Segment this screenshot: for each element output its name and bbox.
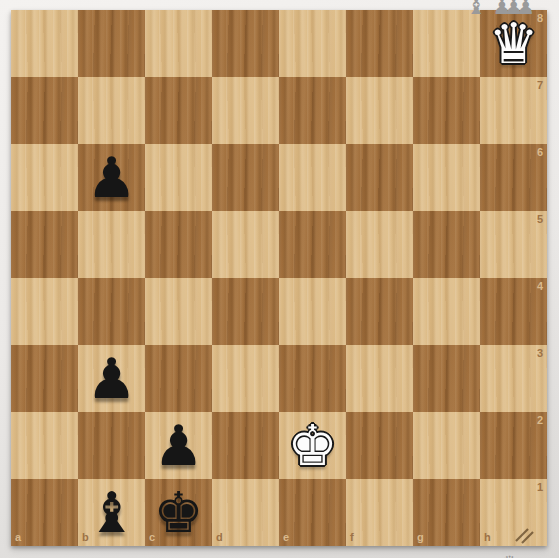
square-h2[interactable]: 2 xyxy=(480,412,547,479)
square-g7[interactable] xyxy=(413,77,480,144)
square-c8[interactable] xyxy=(145,10,212,77)
captured-queen-icon: ♛ xyxy=(502,554,517,558)
square-a3[interactable] xyxy=(11,345,78,412)
square-h3[interactable]: 3 xyxy=(480,345,547,412)
square-h6[interactable]: 6 xyxy=(480,144,547,211)
square-c1[interactable]: c♚ xyxy=(145,479,212,546)
black-bishop[interactable]: ♝ xyxy=(78,479,145,546)
square-h4[interactable]: 4 xyxy=(480,278,547,345)
white-king[interactable]: ♚ xyxy=(279,412,346,479)
square-g1[interactable]: g xyxy=(413,479,480,546)
board-resize-handle-icon[interactable] xyxy=(514,526,534,544)
square-b2[interactable] xyxy=(78,412,145,479)
square-b6[interactable]: ♟ xyxy=(78,144,145,211)
square-h7[interactable]: 7 xyxy=(480,77,547,144)
square-f8[interactable] xyxy=(346,10,413,77)
square-e5[interactable] xyxy=(279,211,346,278)
coord-file-d: d xyxy=(216,532,223,543)
square-c6[interactable] xyxy=(145,144,212,211)
square-d5[interactable] xyxy=(212,211,279,278)
square-a1[interactable]: a xyxy=(11,479,78,546)
coord-rank-7: 7 xyxy=(537,80,543,91)
square-f1[interactable]: f xyxy=(346,479,413,546)
square-g3[interactable] xyxy=(413,345,480,412)
square-b7[interactable] xyxy=(78,77,145,144)
square-a5[interactable] xyxy=(11,211,78,278)
square-c7[interactable] xyxy=(145,77,212,144)
square-d4[interactable] xyxy=(212,278,279,345)
square-d2[interactable] xyxy=(212,412,279,479)
square-d8[interactable] xyxy=(212,10,279,77)
square-f6[interactable] xyxy=(346,144,413,211)
square-c3[interactable] xyxy=(145,345,212,412)
coord-rank-4: 4 xyxy=(537,281,543,292)
square-f5[interactable] xyxy=(346,211,413,278)
square-g5[interactable] xyxy=(413,211,480,278)
square-d6[interactable] xyxy=(212,144,279,211)
square-c2[interactable]: ♟ xyxy=(145,412,212,479)
coord-file-e: e xyxy=(283,532,289,543)
square-b5[interactable] xyxy=(78,211,145,278)
square-e3[interactable] xyxy=(279,345,346,412)
square-g2[interactable] xyxy=(413,412,480,479)
square-f7[interactable] xyxy=(346,77,413,144)
square-a8[interactable] xyxy=(11,10,78,77)
coord-rank-5: 5 xyxy=(537,214,543,225)
square-c4[interactable] xyxy=(145,278,212,345)
coord-file-f: f xyxy=(350,532,354,543)
chess-board[interactable]: ♝♟♟♟ ♛ +3 8♛7♟654♟3♟♚2ab♝c♚defgh1 xyxy=(11,10,547,546)
square-e2[interactable]: ♚ xyxy=(279,412,346,479)
square-e8[interactable] xyxy=(279,10,346,77)
square-c5[interactable] xyxy=(145,211,212,278)
coord-rank-3: 3 xyxy=(537,348,543,359)
coord-file-g: g xyxy=(417,532,424,543)
square-g4[interactable] xyxy=(413,278,480,345)
captured-material-black-tray: ♝♟♟♟ xyxy=(467,0,535,18)
square-f3[interactable] xyxy=(346,345,413,412)
square-d7[interactable] xyxy=(212,77,279,144)
square-b1[interactable]: b♝ xyxy=(78,479,145,546)
black-pawn[interactable]: ♟ xyxy=(78,345,145,412)
coord-file-a: a xyxy=(15,532,21,543)
square-e6[interactable] xyxy=(279,144,346,211)
square-d1[interactable]: d xyxy=(212,479,279,546)
square-h5[interactable]: 5 xyxy=(480,211,547,278)
black-pawn[interactable]: ♟ xyxy=(78,144,145,211)
square-e7[interactable] xyxy=(279,77,346,144)
black-pawn[interactable]: ♟ xyxy=(145,412,212,479)
captured-material-white-tray: ♛ +3 xyxy=(502,554,534,558)
square-f4[interactable] xyxy=(346,278,413,345)
coord-file-h: h xyxy=(484,532,491,543)
square-b3[interactable]: ♟ xyxy=(78,345,145,412)
square-a4[interactable] xyxy=(11,278,78,345)
coord-rank-2: 2 xyxy=(537,415,543,426)
square-e1[interactable]: e xyxy=(279,479,346,546)
coord-rank-1: 1 xyxy=(537,482,543,493)
square-e4[interactable] xyxy=(279,278,346,345)
coord-rank-6: 6 xyxy=(537,147,543,158)
square-d3[interactable] xyxy=(212,345,279,412)
square-a2[interactable] xyxy=(11,412,78,479)
square-a7[interactable] xyxy=(11,77,78,144)
square-g6[interactable] xyxy=(413,144,480,211)
square-h8[interactable]: 8♛ xyxy=(480,10,547,77)
captured-pawn-icon: ♟ xyxy=(516,0,535,18)
white-queen[interactable]: ♛ xyxy=(480,10,547,77)
square-g8[interactable] xyxy=(413,10,480,77)
square-b8[interactable] xyxy=(78,10,145,77)
black-king[interactable]: ♚ xyxy=(145,479,212,546)
square-b4[interactable] xyxy=(78,278,145,345)
square-f2[interactable] xyxy=(346,412,413,479)
captured-bishop-icon: ♝ xyxy=(467,0,486,18)
square-a6[interactable] xyxy=(11,144,78,211)
